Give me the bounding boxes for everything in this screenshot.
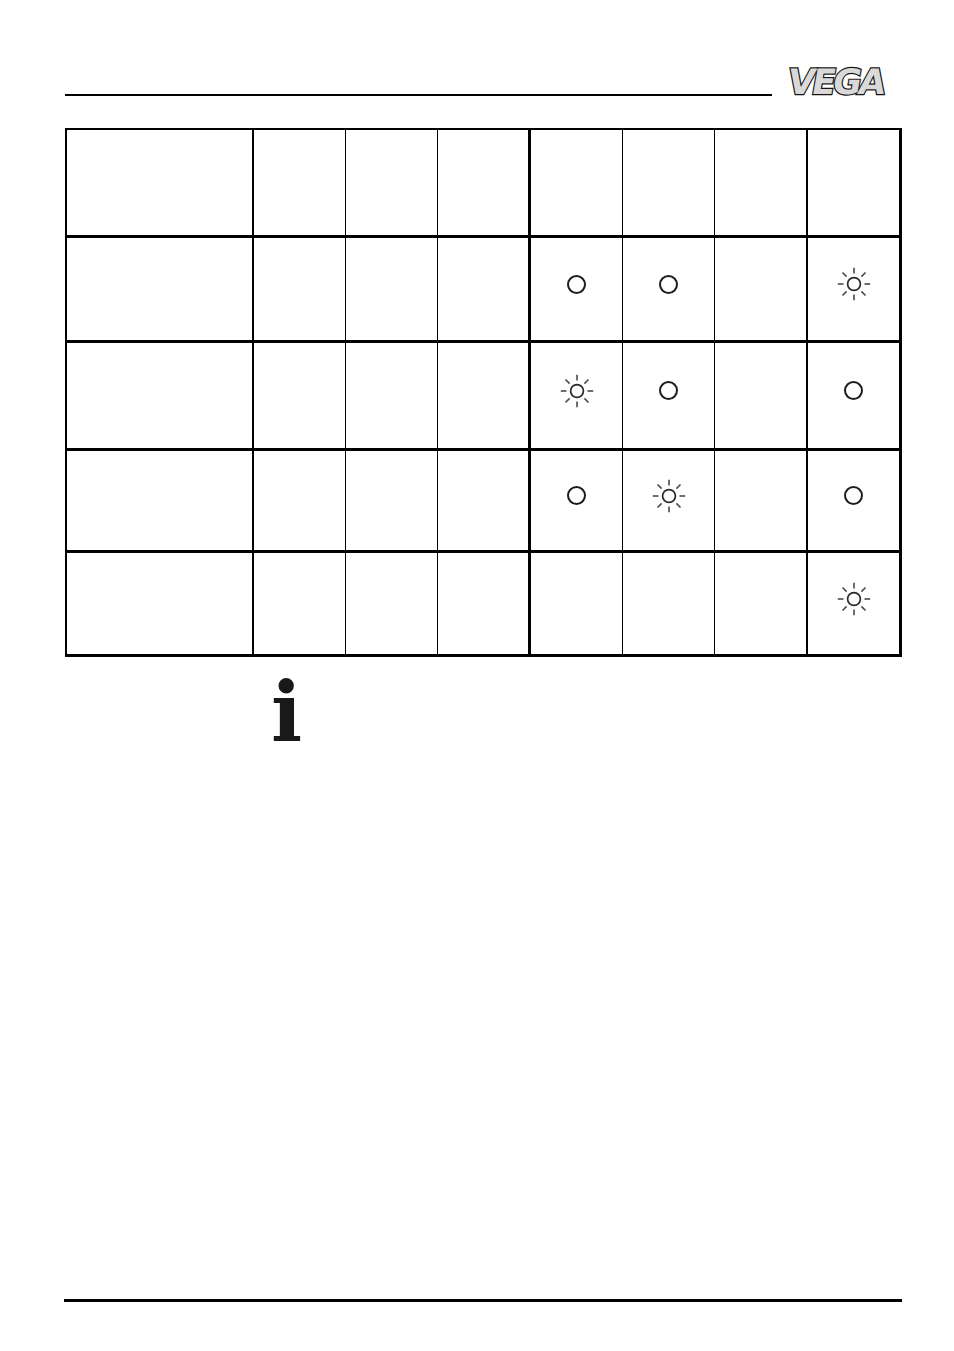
led-on-icon: [659, 381, 678, 400]
table-cell-r2c7: [715, 238, 808, 343]
table-cell-r4c1: [67, 451, 254, 553]
table-cell-r3c7: [715, 343, 808, 451]
table-cell-r4c7: [715, 451, 808, 553]
led-flashing-icon: [836, 581, 872, 617]
table-cell-r3c3: [346, 343, 438, 451]
led-on-icon: [844, 486, 863, 505]
table-cell-r5c6: [623, 553, 715, 654]
table-cell-r5c5: [531, 553, 623, 654]
table-cell-r1c3: [346, 130, 438, 238]
table-cell-r3c4: [438, 343, 531, 451]
table-cell-r1c2: [254, 130, 346, 238]
table-cell-r1c4: [438, 130, 531, 238]
table-cell-r4c4: [438, 451, 531, 553]
led-flashing-icon: [651, 478, 687, 514]
table-cell-r1c5: [531, 130, 623, 238]
led-flashing-icon: [836, 266, 872, 302]
table-cell-r3c6: [623, 343, 715, 451]
table-cell-r5c2: [254, 553, 346, 654]
table-cell-r4c2: [254, 451, 346, 553]
table-cell-r5c3: [346, 553, 438, 654]
table-cell-r1c7: [715, 130, 808, 238]
table-cell-r5c8: [808, 553, 899, 654]
table-cell-r5c4: [438, 553, 531, 654]
led-status-table: [65, 128, 902, 657]
table-cell-r5c1: [67, 553, 254, 654]
led-on-icon: [844, 381, 863, 400]
table-cell-r2c1: [67, 238, 254, 343]
table-cell-r2c8: [808, 238, 899, 343]
led-flashing-icon: [559, 373, 595, 409]
table-cell-r4c8: [808, 451, 899, 553]
vega-logo-text: VEGA: [785, 61, 891, 102]
vega-logo: VEGA: [784, 60, 910, 104]
table-cell-r4c3: [346, 451, 438, 553]
information-icon: i: [271, 671, 302, 753]
header-rule: [65, 94, 772, 96]
table-cell-r3c1: [67, 343, 254, 451]
table-cell-r2c3: [346, 238, 438, 343]
table-cell-r3c5: [531, 343, 623, 451]
table-cell-r2c2: [254, 238, 346, 343]
table-cell-r2c5: [531, 238, 623, 343]
table-cell-r1c8: [808, 130, 899, 238]
led-on-icon: [659, 275, 678, 294]
table-cell-r3c2: [254, 343, 346, 451]
table-cell-r3c8: [808, 343, 899, 451]
table-cell-r5c7: [715, 553, 808, 654]
table-cell-r4c5: [531, 451, 623, 553]
table-cell-r1c6: [623, 130, 715, 238]
vega-logo-graphic: VEGA: [784, 60, 910, 104]
footer-rule: [64, 1299, 902, 1302]
table-cell-r2c4: [438, 238, 531, 343]
table-cell-r2c6: [623, 238, 715, 343]
led-on-icon: [567, 486, 586, 505]
table-cell-r1c1: [67, 130, 254, 238]
led-on-icon: [567, 275, 586, 294]
table-cell-r4c6: [623, 451, 715, 553]
